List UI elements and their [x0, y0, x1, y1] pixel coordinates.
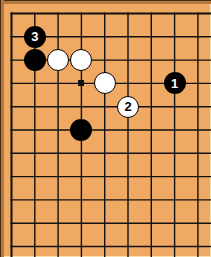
go-stone-black: 3 — [24, 26, 46, 48]
board-border-left — [0, 0, 4, 257]
go-stone-white — [94, 72, 116, 94]
go-stone-black — [24, 49, 46, 71]
go-stone-white: 2 — [117, 96, 139, 118]
move-number: 3 — [31, 30, 38, 43]
go-board: 312 — [0, 0, 211, 257]
move-number: 2 — [124, 100, 131, 113]
star-point — [78, 80, 84, 86]
move-number: 1 — [171, 76, 178, 89]
board-border-top — [0, 0, 211, 4]
go-stone-black: 1 — [164, 72, 186, 94]
